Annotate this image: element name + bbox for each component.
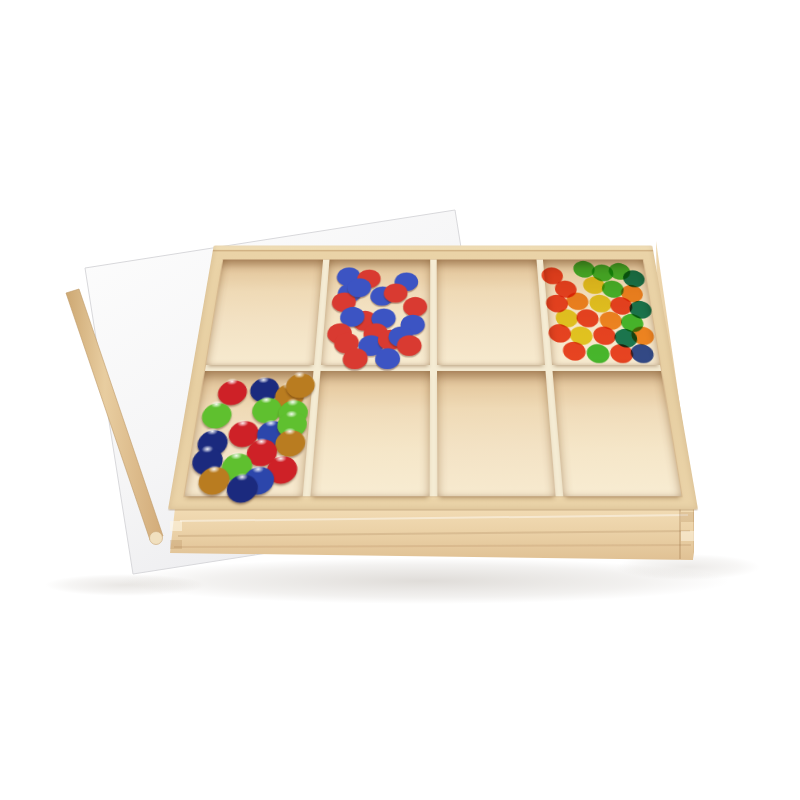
compartment-r0c1: ●●●●●●●●●●●●●●●●●●●●●● [321, 260, 430, 365]
lid-rail-end [150, 532, 163, 545]
compartment-r1c2 [437, 371, 556, 496]
counter-red[interactable]: ● [382, 278, 410, 303]
counter-blue[interactable]: ● [345, 273, 374, 298]
compartment-r1c0: ●●●●●●●●●●●●●●●●●●● [184, 371, 313, 496]
compartment-r1c3 [552, 371, 681, 496]
product-photo-stage: ●●●●●●●●●●●●●●●●●●●●●● ●●●●●●●●●●●●●●●●●… [0, 0, 800, 800]
compartment-r0c2 [436, 260, 545, 365]
lid-shadow [45, 574, 205, 596]
finger-joint-left-dark [170, 540, 182, 549]
gem-navy[interactable]: ● [223, 467, 263, 504]
compartment-grid: ●●●●●●●●●●●●●●●●●●●●●● ●●●●●●●●●●●●●●●●●… [183, 259, 683, 497]
finger-joint-right-dark [681, 512, 694, 522]
sorting-box-tray: ●●●●●●●●●●●●●●●●●●●●●● ●●●●●●●●●●●●●●●●●… [168, 245, 698, 509]
compartment-r1c1 [311, 371, 430, 496]
counter-blue[interactable]: ● [373, 342, 403, 369]
compartment-r0c3: ●●●●●●●●●●●●●●●●●●●●●●●●●●● [543, 260, 660, 365]
chip-navy[interactable]: ● [627, 339, 657, 364]
finger-joint-left-light [170, 521, 182, 531]
finger-joint-right-light [681, 531, 694, 541]
counter-red[interactable]: ● [340, 342, 370, 369]
compartment-r0c0 [206, 260, 323, 365]
